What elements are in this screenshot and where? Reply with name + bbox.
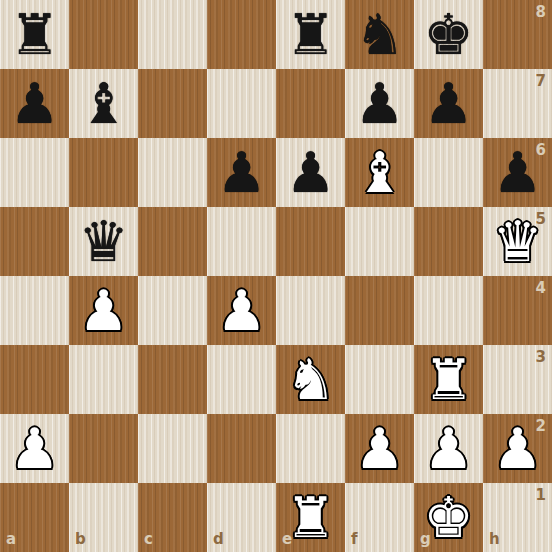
file-label-f: f	[351, 532, 358, 547]
piece-white-king[interactable]: ♚	[414, 483, 483, 552]
piece-white-queen[interactable]: ♛	[483, 207, 552, 276]
square-f3[interactable]	[345, 345, 414, 414]
square-h1[interactable]: 1h	[483, 483, 552, 552]
square-g8[interactable]: ♚	[414, 0, 483, 69]
square-f5[interactable]	[345, 207, 414, 276]
piece-black-pawn[interactable]: ♟︎	[345, 69, 414, 138]
square-h5[interactable]: 5♛	[483, 207, 552, 276]
square-h4[interactable]: 4	[483, 276, 552, 345]
square-d3[interactable]	[207, 345, 276, 414]
square-e7[interactable]	[276, 69, 345, 138]
square-e1[interactable]: e♜	[276, 483, 345, 552]
square-g6[interactable]	[414, 138, 483, 207]
piece-white-pawn[interactable]: ♟︎	[414, 414, 483, 483]
square-c1[interactable]: c	[138, 483, 207, 552]
piece-white-pawn[interactable]: ♟︎	[207, 276, 276, 345]
square-h3[interactable]: 3	[483, 345, 552, 414]
piece-black-pawn[interactable]: ♟︎	[414, 69, 483, 138]
piece-black-bishop[interactable]: ♝	[69, 69, 138, 138]
rank-label-1: 1	[536, 488, 546, 503]
square-e6[interactable]: ♟︎	[276, 138, 345, 207]
square-b6[interactable]	[69, 138, 138, 207]
square-c8[interactable]	[138, 0, 207, 69]
square-e5[interactable]	[276, 207, 345, 276]
square-d7[interactable]	[207, 69, 276, 138]
square-f2[interactable]: ♟︎	[345, 414, 414, 483]
piece-white-pawn[interactable]: ♟︎	[483, 414, 552, 483]
square-c3[interactable]	[138, 345, 207, 414]
square-d5[interactable]	[207, 207, 276, 276]
square-e4[interactable]	[276, 276, 345, 345]
square-c6[interactable]	[138, 138, 207, 207]
square-g5[interactable]	[414, 207, 483, 276]
piece-black-pawn[interactable]: ♟︎	[207, 138, 276, 207]
piece-white-knight[interactable]: ♞	[276, 345, 345, 414]
square-d1[interactable]: d	[207, 483, 276, 552]
piece-black-rook[interactable]: ♜	[276, 0, 345, 69]
file-label-d: d	[213, 532, 224, 547]
square-b2[interactable]	[69, 414, 138, 483]
square-c4[interactable]	[138, 276, 207, 345]
square-g2[interactable]: ♟︎	[414, 414, 483, 483]
square-b1[interactable]: b	[69, 483, 138, 552]
square-h6[interactable]: 6♟︎	[483, 138, 552, 207]
square-a4[interactable]	[0, 276, 69, 345]
square-d4[interactable]: ♟︎	[207, 276, 276, 345]
square-a7[interactable]: ♟︎	[0, 69, 69, 138]
square-c2[interactable]	[138, 414, 207, 483]
piece-black-rook[interactable]: ♜	[0, 0, 69, 69]
square-g4[interactable]	[414, 276, 483, 345]
square-e8[interactable]: ♜	[276, 0, 345, 69]
square-d2[interactable]	[207, 414, 276, 483]
square-a8[interactable]: ♜	[0, 0, 69, 69]
piece-black-king[interactable]: ♚	[414, 0, 483, 69]
square-a1[interactable]: a	[0, 483, 69, 552]
file-label-a: a	[6, 532, 16, 547]
piece-white-pawn[interactable]: ♟︎	[69, 276, 138, 345]
square-e2[interactable]	[276, 414, 345, 483]
square-f1[interactable]: f	[345, 483, 414, 552]
piece-black-pawn[interactable]: ♟︎	[0, 69, 69, 138]
square-f7[interactable]: ♟︎	[345, 69, 414, 138]
file-label-h: h	[489, 532, 500, 547]
square-b3[interactable]	[69, 345, 138, 414]
rank-label-3: 3	[536, 350, 546, 365]
piece-white-rook[interactable]: ♜	[276, 483, 345, 552]
square-f4[interactable]	[345, 276, 414, 345]
piece-black-pawn[interactable]: ♟︎	[276, 138, 345, 207]
piece-white-pawn[interactable]: ♟︎	[345, 414, 414, 483]
file-label-b: b	[75, 532, 86, 547]
square-h7[interactable]: 7	[483, 69, 552, 138]
square-f8[interactable]: ♞	[345, 0, 414, 69]
square-g7[interactable]: ♟︎	[414, 69, 483, 138]
square-d6[interactable]: ♟︎	[207, 138, 276, 207]
piece-black-knight[interactable]: ♞	[345, 0, 414, 69]
square-a3[interactable]	[0, 345, 69, 414]
file-label-c: c	[144, 532, 153, 547]
piece-white-pawn[interactable]: ♟︎	[0, 414, 69, 483]
square-c5[interactable]	[138, 207, 207, 276]
square-b4[interactable]: ♟︎	[69, 276, 138, 345]
square-h8[interactable]: 8	[483, 0, 552, 69]
piece-black-pawn[interactable]: ♟︎	[483, 138, 552, 207]
square-g1[interactable]: g♚	[414, 483, 483, 552]
square-e3[interactable]: ♞	[276, 345, 345, 414]
square-a6[interactable]	[0, 138, 69, 207]
square-d8[interactable]	[207, 0, 276, 69]
square-a2[interactable]: ♟︎	[0, 414, 69, 483]
piece-white-rook[interactable]: ♜	[414, 345, 483, 414]
square-b5[interactable]: ♛	[69, 207, 138, 276]
rank-label-4: 4	[536, 281, 546, 296]
square-b8[interactable]	[69, 0, 138, 69]
chess-board: ♜♜♞♚8♟︎♝♟︎♟︎7♟︎♟︎♝6♟︎♛5♛♟︎♟︎4♞♜3♟︎♟︎♟︎2♟…	[0, 0, 552, 552]
square-a5[interactable]	[0, 207, 69, 276]
square-g3[interactable]: ♜	[414, 345, 483, 414]
piece-black-queen[interactable]: ♛	[69, 207, 138, 276]
square-c7[interactable]	[138, 69, 207, 138]
piece-white-bishop[interactable]: ♝	[345, 138, 414, 207]
rank-label-7: 7	[536, 74, 546, 89]
square-b7[interactable]: ♝	[69, 69, 138, 138]
rank-label-8: 8	[536, 5, 546, 20]
square-h2[interactable]: 2♟︎	[483, 414, 552, 483]
square-f6[interactable]: ♝	[345, 138, 414, 207]
